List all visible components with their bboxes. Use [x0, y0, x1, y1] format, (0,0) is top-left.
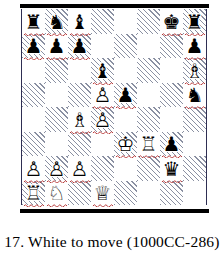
square-f4	[137, 107, 160, 132]
top-rule	[20, 4, 209, 8]
square-a4	[22, 107, 45, 132]
square-g1	[160, 181, 183, 206]
spellcheck-squiggle	[184, 56, 205, 60]
square-h1	[183, 181, 206, 206]
spellcheck-squiggle	[69, 32, 90, 36]
square-b8: ♞♞	[45, 9, 68, 34]
black-pawn-c7: ♟♟	[68, 34, 91, 59]
square-e1	[114, 181, 137, 206]
square-a8: ♜♜	[22, 9, 45, 34]
square-b5	[45, 83, 68, 108]
spellcheck-squiggle	[23, 56, 44, 60]
spellcheck-squiggle	[69, 56, 90, 60]
square-e5: ♟♟	[114, 83, 137, 108]
spellcheck-squiggle	[184, 81, 205, 85]
white-bishop-c4: ♝♗	[68, 107, 91, 132]
square-a7: ♟♟	[22, 34, 45, 59]
white-rook-f3: ♜♖	[137, 132, 160, 157]
square-c6	[68, 58, 91, 83]
black-bishop-d6: ♝♝	[91, 58, 114, 83]
white-pawn-c2: ♟♙	[68, 156, 91, 181]
spellcheck-squiggle	[69, 179, 90, 183]
square-h6: ♝♗	[183, 58, 206, 83]
square-f1	[137, 181, 160, 206]
square-a2: ♟♙	[22, 156, 45, 181]
spellcheck-squiggle	[184, 32, 205, 36]
white-pawn-b2: ♟♙	[45, 156, 68, 181]
square-g7	[160, 34, 183, 59]
black-bishop-c8: ♝♝	[68, 9, 91, 34]
square-d3	[91, 132, 114, 157]
square-f3: ♜♖	[137, 132, 160, 157]
square-h2	[183, 156, 206, 181]
square-e6	[114, 58, 137, 83]
square-d5: ♟♙	[91, 83, 114, 108]
spellcheck-squiggle	[92, 81, 113, 85]
spellcheck-squiggle	[161, 32, 182, 36]
square-d1: ♛♕	[91, 181, 114, 206]
spellcheck-squiggle	[161, 179, 182, 183]
square-b7: ♟♟	[45, 34, 68, 59]
black-pawn-a7: ♟♟	[22, 34, 45, 59]
square-d6: ♝♝	[91, 58, 114, 83]
white-pawn-d5: ♟♙	[91, 83, 114, 108]
square-e8	[114, 9, 137, 34]
square-c2: ♟♙	[68, 156, 91, 181]
square-e7	[114, 34, 137, 59]
black-pawn-e5: ♟♟	[114, 83, 137, 108]
black-rook-h8: ♜♜	[183, 9, 206, 34]
black-knight-h5: ♞♞	[183, 83, 206, 108]
square-h3	[183, 132, 206, 157]
square-g6	[160, 58, 183, 83]
square-g8: ♚♚	[160, 9, 183, 34]
square-g4	[160, 107, 183, 132]
white-pawn-d4: ♟♙	[91, 107, 114, 132]
square-g2: ♛♛	[160, 156, 183, 181]
square-c4: ♝♗	[68, 107, 91, 132]
square-g3: ♟♟	[160, 132, 183, 157]
spellcheck-squiggle	[46, 203, 67, 207]
square-e3: ♚♔	[114, 132, 137, 157]
spellcheck-squiggle	[23, 32, 44, 36]
spellcheck-squiggle	[23, 203, 44, 207]
spellcheck-squiggle	[161, 154, 182, 158]
spellcheck-squiggle	[138, 154, 159, 158]
white-queen-d1: ♛♕	[91, 181, 114, 206]
spellcheck-squiggle	[92, 203, 113, 207]
square-h8: ♜♜	[183, 9, 206, 34]
square-f6	[137, 58, 160, 83]
caption-text: 17. White to move (1000CC-286)	[4, 233, 219, 250]
square-b1: ♞♘	[45, 181, 68, 206]
black-pawn-h7: ♟♟	[183, 34, 206, 59]
spellcheck-squiggle	[92, 105, 113, 109]
square-b4	[45, 107, 68, 132]
square-d2	[91, 156, 114, 181]
page: ♜♜♞♞♝♝♚♚♜♜♟♟♟♟♟♟♟♟♝♝♝♗♟♙♟♟♞♞♝♗♟♙♚♔♜♖♟♟♟♙…	[0, 0, 224, 259]
white-bishop-h6: ♝♗	[183, 58, 206, 83]
square-h5: ♞♞	[183, 83, 206, 108]
square-b2: ♟♙	[45, 156, 68, 181]
square-c8: ♝♝	[68, 9, 91, 34]
square-a3	[22, 132, 45, 157]
black-pawn-g3: ♟♟	[160, 132, 183, 157]
square-f8	[137, 9, 160, 34]
black-queen-g2: ♛♛	[160, 156, 183, 181]
square-c3	[68, 132, 91, 157]
spellcheck-squiggle	[184, 105, 205, 109]
square-f5	[137, 83, 160, 108]
square-d4: ♟♙	[91, 107, 114, 132]
square-a1: ♜♖	[22, 181, 45, 206]
black-rook-a8: ♜♜	[22, 9, 45, 34]
square-c1	[68, 181, 91, 206]
bottom-rule	[20, 209, 209, 213]
spellcheck-squiggle	[115, 105, 136, 109]
square-h4	[183, 107, 206, 132]
square-f2	[137, 156, 160, 181]
spellcheck-squiggle	[46, 32, 67, 36]
white-knight-b1: ♞♘	[45, 181, 68, 206]
spellcheck-squiggle	[115, 154, 136, 158]
spellcheck-squiggle	[69, 130, 90, 134]
square-f7	[137, 34, 160, 59]
square-b3	[45, 132, 68, 157]
black-king-g8: ♚♚	[160, 9, 183, 34]
square-a6	[22, 58, 45, 83]
caption: 17. White to move (1000CC-286)	[0, 233, 224, 251]
spellcheck-squiggle	[46, 56, 67, 60]
square-g5	[160, 83, 183, 108]
black-knight-b8: ♞♞	[45, 9, 68, 34]
square-c7: ♟♟	[68, 34, 91, 59]
square-c5	[68, 83, 91, 108]
white-pawn-a2: ♟♙	[22, 156, 45, 181]
square-e2	[114, 156, 137, 181]
square-h7: ♟♟	[183, 34, 206, 59]
spellcheck-squiggle	[92, 130, 113, 134]
square-b6	[45, 58, 68, 83]
chess-board: ♜♜♞♞♝♝♚♚♜♜♟♟♟♟♟♟♟♟♝♝♝♗♟♙♟♟♞♞♝♗♟♙♚♔♜♖♟♟♟♙…	[21, 9, 207, 205]
square-d8	[91, 9, 114, 34]
spellcheck-squiggle	[46, 179, 67, 183]
white-king-e3: ♚♔	[114, 132, 137, 157]
square-a5	[22, 83, 45, 108]
white-rook-a1: ♜♖	[22, 181, 45, 206]
spellcheck-squiggle	[23, 179, 44, 183]
square-d7	[91, 34, 114, 59]
square-e4	[114, 107, 137, 132]
black-pawn-b7: ♟♟	[45, 34, 68, 59]
